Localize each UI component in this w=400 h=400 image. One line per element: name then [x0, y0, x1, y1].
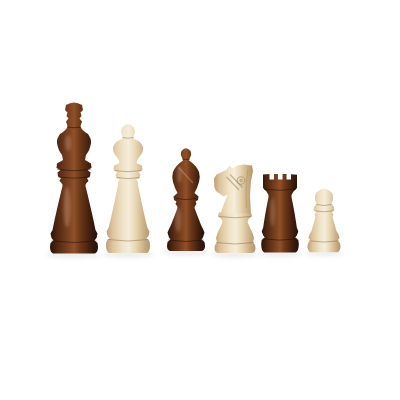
king-piece-dark [50, 103, 98, 254]
pawn-piece-light [308, 189, 341, 253]
knight-base [215, 213, 256, 254]
knight-piece-light [214, 165, 256, 254]
bishop-piece-dark [167, 148, 205, 251]
chess-pieces-illustration [0, 0, 400, 400]
product-photo-chess-pieces [0, 0, 400, 400]
rook-gloss-highlight [270, 198, 275, 226]
queen-piece-light [106, 124, 150, 253]
rook-piece-dark [261, 174, 299, 253]
